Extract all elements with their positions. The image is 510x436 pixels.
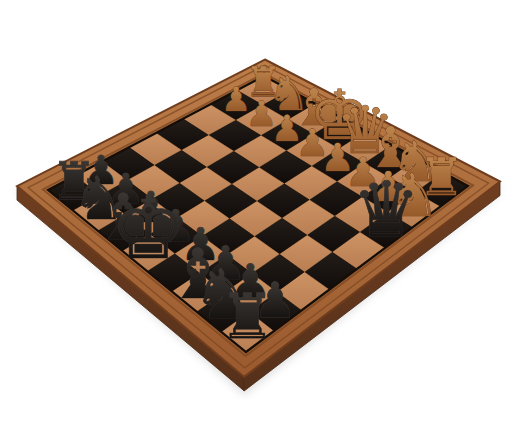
chess-board-photo: ♜♞♟♝♟♚♟♛♟♝♟♞♟♟♜♜♟♟♞♞♟♛♝♟♚♟♟♝♟♟♞♜ <box>0 0 510 436</box>
piece-black-queen-a3[interactable]: ♛ <box>352 165 421 254</box>
product-photo: ♜♞♟♝♟♚♟♛♟♝♟♞♟♟♜♜♟♟♞♞♟♛♝♟♚♟♟♝♟♟♞♜ <box>0 0 510 436</box>
piece-black-rook-a8[interactable]: ♜ <box>220 280 276 353</box>
